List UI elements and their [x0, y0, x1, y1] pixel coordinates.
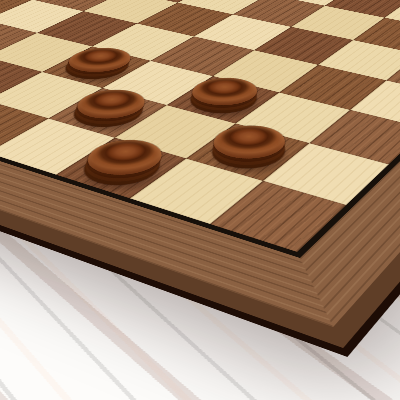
table-surface — [0, 0, 400, 400]
product-photo-scene — [0, 0, 400, 400]
